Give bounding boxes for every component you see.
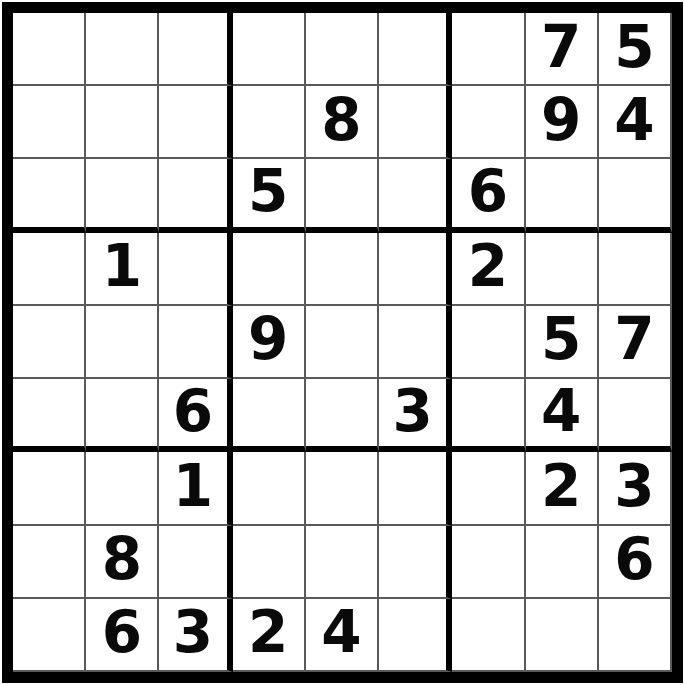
cell-r8c7-empty[interactable] xyxy=(452,526,525,599)
sudoku-board: 758945612957634123866324 xyxy=(2,2,683,683)
cell-r7c4-empty[interactable] xyxy=(233,452,306,525)
cell-r5c3-empty[interactable] xyxy=(159,306,232,379)
cell-r3c6-empty[interactable] xyxy=(379,159,452,232)
cell-r9c3-given-3: 3 xyxy=(159,599,232,672)
cell-r7c8-given-2: 2 xyxy=(526,452,599,525)
cell-r1c9-given-5: 5 xyxy=(599,13,672,86)
cell-r9c7-empty[interactable] xyxy=(452,599,525,672)
sudoku-page: 758945612957634123866324 xyxy=(0,0,685,685)
cell-r2c4-empty[interactable] xyxy=(233,86,306,159)
cell-r8c9-given-6: 6 xyxy=(599,526,672,599)
cell-r9c8-empty[interactable] xyxy=(526,599,599,672)
cell-r4c6-empty[interactable] xyxy=(379,233,452,306)
cell-r1c5-empty[interactable] xyxy=(306,13,379,86)
cell-r1c7-empty[interactable] xyxy=(452,13,525,86)
cell-r7c9-given-3: 3 xyxy=(599,452,672,525)
cell-r4c8-empty[interactable] xyxy=(526,233,599,306)
cell-r7c7-empty[interactable] xyxy=(452,452,525,525)
cell-r3c7-given-6: 6 xyxy=(452,159,525,232)
cell-r5c8-given-5: 5 xyxy=(526,306,599,379)
cell-r5c1-empty[interactable] xyxy=(13,306,86,379)
cell-r2c9-given-4: 4 xyxy=(599,86,672,159)
cell-r8c8-empty[interactable] xyxy=(526,526,599,599)
cell-r5c9-given-7: 7 xyxy=(599,306,672,379)
cell-r9c4-given-2: 2 xyxy=(233,599,306,672)
cell-r1c4-empty[interactable] xyxy=(233,13,306,86)
cell-r2c8-given-9: 9 xyxy=(526,86,599,159)
cell-r4c7-given-2: 2 xyxy=(452,233,525,306)
cell-r2c1-empty[interactable] xyxy=(13,86,86,159)
cell-r1c3-empty[interactable] xyxy=(159,13,232,86)
cell-r7c5-empty[interactable] xyxy=(306,452,379,525)
cell-r6c7-empty[interactable] xyxy=(452,379,525,452)
cell-r6c9-empty[interactable] xyxy=(599,379,672,452)
cell-r3c4-given-5: 5 xyxy=(233,159,306,232)
cell-r7c6-empty[interactable] xyxy=(379,452,452,525)
cell-r9c2-given-6: 6 xyxy=(86,599,159,672)
cell-r6c5-empty[interactable] xyxy=(306,379,379,452)
cell-r9c9-empty[interactable] xyxy=(599,599,672,672)
cell-r1c1-empty[interactable] xyxy=(13,13,86,86)
cell-r5c2-empty[interactable] xyxy=(86,306,159,379)
cell-r6c3-given-6: 6 xyxy=(159,379,232,452)
cell-r8c3-empty[interactable] xyxy=(159,526,232,599)
cell-r4c5-empty[interactable] xyxy=(306,233,379,306)
cell-r4c9-empty[interactable] xyxy=(599,233,672,306)
cell-r3c9-empty[interactable] xyxy=(599,159,672,232)
cell-r8c6-empty[interactable] xyxy=(379,526,452,599)
cell-r6c4-empty[interactable] xyxy=(233,379,306,452)
cell-r1c6-empty[interactable] xyxy=(379,13,452,86)
cell-r7c2-empty[interactable] xyxy=(86,452,159,525)
cell-r3c1-empty[interactable] xyxy=(13,159,86,232)
cell-r2c5-given-8: 8 xyxy=(306,86,379,159)
cell-r2c3-empty[interactable] xyxy=(159,86,232,159)
cell-r6c2-empty[interactable] xyxy=(86,379,159,452)
cell-r8c2-given-8: 8 xyxy=(86,526,159,599)
cell-r4c2-given-1: 1 xyxy=(86,233,159,306)
cell-r2c6-empty[interactable] xyxy=(379,86,452,159)
cell-r7c3-given-1: 1 xyxy=(159,452,232,525)
cell-r8c1-empty[interactable] xyxy=(13,526,86,599)
cell-r1c8-given-7: 7 xyxy=(526,13,599,86)
cell-r5c5-empty[interactable] xyxy=(306,306,379,379)
cell-r8c4-empty[interactable] xyxy=(233,526,306,599)
cell-r6c6-given-3: 3 xyxy=(379,379,452,452)
cell-r3c2-empty[interactable] xyxy=(86,159,159,232)
cell-r5c4-given-9: 9 xyxy=(233,306,306,379)
cell-r9c6-empty[interactable] xyxy=(379,599,452,672)
cell-r6c1-empty[interactable] xyxy=(13,379,86,452)
cell-r1c2-empty[interactable] xyxy=(86,13,159,86)
cell-r5c7-empty[interactable] xyxy=(452,306,525,379)
cell-r4c3-empty[interactable] xyxy=(159,233,232,306)
cell-r2c2-empty[interactable] xyxy=(86,86,159,159)
cell-r2c7-empty[interactable] xyxy=(452,86,525,159)
cell-r3c8-empty[interactable] xyxy=(526,159,599,232)
cell-r6c8-given-4: 4 xyxy=(526,379,599,452)
cell-r4c4-empty[interactable] xyxy=(233,233,306,306)
cell-r4c1-empty[interactable] xyxy=(13,233,86,306)
cell-r3c3-empty[interactable] xyxy=(159,159,232,232)
cell-r9c5-given-4: 4 xyxy=(306,599,379,672)
cell-r7c1-empty[interactable] xyxy=(13,452,86,525)
cell-r8c5-empty[interactable] xyxy=(306,526,379,599)
cell-r3c5-empty[interactable] xyxy=(306,159,379,232)
cell-r9c1-empty[interactable] xyxy=(13,599,86,672)
cell-r5c6-empty[interactable] xyxy=(379,306,452,379)
